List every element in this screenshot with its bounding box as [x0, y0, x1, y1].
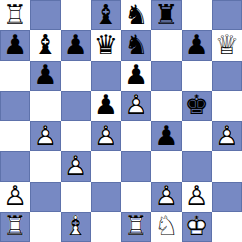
white-pawn-outline: ♙ — [30, 121, 60, 150]
black-bishop-glyph: ♝ — [30, 30, 60, 59]
square-a8[interactable]: ♜♖ — [0, 0, 30, 30]
piece-black-pawn[interactable]: ♟ — [151, 121, 181, 151]
square-g8[interactable] — [182, 0, 212, 30]
square-a5[interactable] — [0, 91, 30, 121]
piece-white-king[interactable]: ♚♔ — [182, 212, 212, 242]
square-f1[interactable]: ♞♘ — [151, 212, 181, 242]
piece-black-pawn[interactable]: ♟ — [30, 61, 60, 91]
black-pawn-glyph: ♟ — [151, 121, 181, 150]
square-d4[interactable]: ♟♙ — [91, 121, 121, 151]
piece-white-pawn[interactable]: ♟♙ — [30, 121, 60, 151]
square-d2[interactable] — [91, 182, 121, 212]
square-f7[interactable] — [151, 30, 181, 60]
white-rook-outline: ♖ — [121, 212, 151, 241]
square-e4[interactable] — [121, 121, 151, 151]
piece-white-pawn[interactable]: ♟♙ — [151, 182, 181, 212]
square-d3[interactable] — [91, 151, 121, 181]
piece-white-rook[interactable]: ♜♖ — [121, 212, 151, 242]
square-f2[interactable]: ♟♙ — [151, 182, 181, 212]
square-f6[interactable] — [151, 61, 181, 91]
square-e6[interactable]: ♟ — [121, 61, 151, 91]
square-f3[interactable] — [151, 151, 181, 181]
square-e2[interactable] — [121, 182, 151, 212]
square-c1[interactable]: ♝♗ — [61, 212, 91, 242]
white-pawn-outline: ♙ — [121, 91, 151, 120]
piece-white-pawn[interactable]: ♟♙ — [121, 91, 151, 121]
piece-white-pawn[interactable]: ♟♙ — [0, 182, 30, 212]
piece-black-bishop[interactable]: ♝ — [91, 0, 121, 30]
square-e5[interactable]: ♟♙ — [121, 91, 151, 121]
square-b1[interactable] — [30, 212, 60, 242]
square-g4[interactable] — [182, 121, 212, 151]
white-queen-outline: ♕ — [212, 30, 242, 59]
square-h5[interactable] — [212, 91, 242, 121]
black-queen-glyph: ♛ — [91, 30, 121, 59]
square-b2[interactable] — [30, 182, 60, 212]
white-pawn-outline: ♙ — [91, 121, 121, 150]
piece-black-rook[interactable]: ♜ — [151, 0, 181, 30]
piece-white-pawn[interactable]: ♟♙ — [91, 121, 121, 151]
square-a6[interactable] — [0, 61, 30, 91]
square-d1[interactable] — [91, 212, 121, 242]
piece-white-bishop[interactable]: ♝♗ — [61, 212, 91, 242]
piece-black-pawn[interactable]: ♟ — [91, 91, 121, 121]
square-e3[interactable] — [121, 151, 151, 181]
piece-white-queen[interactable]: ♛♕ — [212, 30, 242, 60]
square-c5[interactable] — [61, 91, 91, 121]
piece-black-bishop[interactable]: ♝ — [30, 30, 60, 60]
square-c6[interactable] — [61, 61, 91, 91]
piece-black-pawn[interactable]: ♟ — [121, 61, 151, 91]
piece-white-pawn[interactable]: ♟♙ — [61, 151, 91, 181]
square-c4[interactable] — [61, 121, 91, 151]
piece-white-rook[interactable]: ♜♖ — [0, 0, 30, 30]
white-knight-outline: ♘ — [151, 212, 181, 241]
black-pawn-glyph: ♟ — [30, 61, 60, 90]
piece-black-pawn[interactable]: ♟ — [182, 30, 212, 60]
chess-board[interactable]: ♜♖♝♞♜♟♝♟♛♞♟♛♕♟♟♟♟♙♚♟♙♟♙♟♟♙♟♙♟♙♟♙♟♙♜♖♝♗♜♖… — [0, 0, 242, 242]
square-b5[interactable] — [30, 91, 60, 121]
piece-black-pawn[interactable]: ♟ — [61, 30, 91, 60]
white-pawn-outline: ♙ — [182, 182, 212, 211]
square-d6[interactable] — [91, 61, 121, 91]
piece-black-pawn[interactable]: ♟ — [0, 30, 30, 60]
piece-white-rook[interactable]: ♜♖ — [0, 212, 30, 242]
square-g3[interactable] — [182, 151, 212, 181]
square-h4[interactable]: ♟♙ — [212, 121, 242, 151]
piece-black-knight[interactable]: ♞ — [121, 0, 151, 30]
square-h3[interactable] — [212, 151, 242, 181]
black-bishop-glyph: ♝ — [91, 0, 121, 29]
square-h7[interactable]: ♛♕ — [212, 30, 242, 60]
square-f4[interactable]: ♟ — [151, 121, 181, 151]
square-d5[interactable]: ♟ — [91, 91, 121, 121]
square-c8[interactable] — [61, 0, 91, 30]
square-b6[interactable]: ♟ — [30, 61, 60, 91]
square-c3[interactable]: ♟♙ — [61, 151, 91, 181]
square-b4[interactable]: ♟♙ — [30, 121, 60, 151]
white-rook-outline: ♖ — [0, 0, 30, 29]
square-e7[interactable]: ♞ — [121, 30, 151, 60]
square-g2[interactable]: ♟♙ — [182, 182, 212, 212]
black-knight-glyph: ♞ — [121, 30, 151, 59]
square-h1[interactable] — [212, 212, 242, 242]
white-pawn-outline: ♙ — [61, 151, 91, 180]
square-c2[interactable] — [61, 182, 91, 212]
square-a1[interactable]: ♜♖ — [0, 212, 30, 242]
black-pawn-glyph: ♟ — [0, 30, 30, 59]
white-pawn-outline: ♙ — [151, 182, 181, 211]
square-a2[interactable]: ♟♙ — [0, 182, 30, 212]
black-knight-glyph: ♞ — [121, 0, 151, 29]
black-rook-glyph: ♜ — [151, 0, 181, 29]
square-b3[interactable] — [30, 151, 60, 181]
piece-white-pawn[interactable]: ♟♙ — [182, 182, 212, 212]
square-g1[interactable]: ♚♔ — [182, 212, 212, 242]
white-pawn-outline: ♙ — [212, 121, 242, 150]
square-d7[interactable]: ♛ — [91, 30, 121, 60]
white-bishop-outline: ♗ — [61, 212, 91, 241]
black-king-glyph: ♚ — [182, 91, 212, 120]
square-f5[interactable] — [151, 91, 181, 121]
piece-white-pawn[interactable]: ♟♙ — [212, 121, 242, 151]
square-b7[interactable]: ♝ — [30, 30, 60, 60]
white-rook-outline: ♖ — [0, 212, 30, 241]
black-pawn-glyph: ♟ — [182, 30, 212, 59]
board-container: ♜♖♝♞♜♟♝♟♛♞♟♛♕♟♟♟♟♙♚♟♙♟♙♟♟♙♟♙♟♙♟♙♟♙♜♖♝♗♜♖… — [0, 0, 242, 242]
black-pawn-glyph: ♟ — [61, 30, 91, 59]
black-pawn-glyph: ♟ — [91, 91, 121, 120]
piece-black-knight[interactable]: ♞ — [121, 30, 151, 60]
square-e8[interactable]: ♞ — [121, 0, 151, 30]
square-a4[interactable] — [0, 121, 30, 151]
square-g6[interactable] — [182, 61, 212, 91]
piece-black-king[interactable]: ♚ — [182, 91, 212, 121]
square-c7[interactable]: ♟ — [61, 30, 91, 60]
piece-white-knight[interactable]: ♞♘ — [151, 212, 181, 242]
square-h8[interactable] — [212, 0, 242, 30]
white-pawn-outline: ♙ — [0, 182, 30, 211]
square-b8[interactable] — [30, 0, 60, 30]
piece-black-queen[interactable]: ♛ — [91, 30, 121, 60]
square-h2[interactable] — [212, 182, 242, 212]
square-e1[interactable]: ♜♖ — [121, 212, 151, 242]
white-king-outline: ♔ — [182, 212, 212, 241]
square-g5[interactable]: ♚ — [182, 91, 212, 121]
square-g7[interactable]: ♟ — [182, 30, 212, 60]
square-h6[interactable] — [212, 61, 242, 91]
square-f8[interactable]: ♜ — [151, 0, 181, 30]
square-a3[interactable] — [0, 151, 30, 181]
black-pawn-glyph: ♟ — [121, 61, 151, 90]
square-d8[interactable]: ♝ — [91, 0, 121, 30]
square-a7[interactable]: ♟ — [0, 30, 30, 60]
